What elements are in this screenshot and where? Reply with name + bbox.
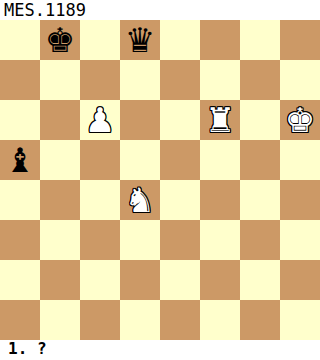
square-d2[interactable] xyxy=(120,260,160,300)
square-g3[interactable] xyxy=(240,220,280,260)
square-b3[interactable] xyxy=(40,220,80,260)
square-a3[interactable] xyxy=(0,220,40,260)
square-b5[interactable] xyxy=(40,140,80,180)
square-b2[interactable] xyxy=(40,260,80,300)
square-h8[interactable] xyxy=(280,20,320,60)
square-g2[interactable] xyxy=(240,260,280,300)
square-a4[interactable] xyxy=(0,180,40,220)
square-c1[interactable] xyxy=(80,300,120,340)
square-e6[interactable] xyxy=(160,100,200,140)
move-prompt: 1. ? xyxy=(8,338,47,360)
square-f6[interactable]: ♜ xyxy=(200,100,240,140)
square-h6[interactable]: ♚ xyxy=(280,100,320,140)
square-h5[interactable] xyxy=(280,140,320,180)
square-c6[interactable]: ♟ xyxy=(80,100,120,140)
square-e4[interactable] xyxy=(160,180,200,220)
square-d7[interactable] xyxy=(120,60,160,100)
square-b6[interactable] xyxy=(40,100,80,140)
square-d8[interactable]: ♛ xyxy=(120,20,160,60)
square-g1[interactable] xyxy=(240,300,280,340)
square-h2[interactable] xyxy=(280,260,320,300)
square-e7[interactable] xyxy=(160,60,200,100)
square-d5[interactable] xyxy=(120,140,160,180)
square-f1[interactable] xyxy=(200,300,240,340)
square-a6[interactable] xyxy=(0,100,40,140)
square-d3[interactable] xyxy=(120,220,160,260)
square-a2[interactable] xyxy=(0,260,40,300)
square-h7[interactable] xyxy=(280,60,320,100)
square-b1[interactable] xyxy=(40,300,80,340)
square-g8[interactable] xyxy=(240,20,280,60)
square-g4[interactable] xyxy=(240,180,280,220)
square-h1[interactable] xyxy=(280,300,320,340)
square-e5[interactable] xyxy=(160,140,200,180)
square-b8[interactable]: ♚ xyxy=(40,20,80,60)
square-e8[interactable] xyxy=(160,20,200,60)
puzzle-title: MES.1189 xyxy=(4,0,86,20)
square-c7[interactable] xyxy=(80,60,120,100)
chess-board: ♚♛♟♜♚♝♞ xyxy=(0,20,320,340)
square-c8[interactable] xyxy=(80,20,120,60)
square-d6[interactable] xyxy=(120,100,160,140)
square-a8[interactable] xyxy=(0,20,40,60)
square-g7[interactable] xyxy=(240,60,280,100)
white-pawn: ♟ xyxy=(85,100,115,140)
square-a1[interactable] xyxy=(0,300,40,340)
square-c5[interactable] xyxy=(80,140,120,180)
square-c2[interactable] xyxy=(80,260,120,300)
square-g5[interactable] xyxy=(240,140,280,180)
square-c4[interactable] xyxy=(80,180,120,220)
black-queen: ♛ xyxy=(125,20,155,60)
white-rook: ♜ xyxy=(205,100,235,140)
square-c3[interactable] xyxy=(80,220,120,260)
square-f7[interactable] xyxy=(200,60,240,100)
black-bishop: ♝ xyxy=(5,140,35,180)
square-f3[interactable] xyxy=(200,220,240,260)
square-d1[interactable] xyxy=(120,300,160,340)
square-h4[interactable] xyxy=(280,180,320,220)
square-f8[interactable] xyxy=(200,20,240,60)
square-f4[interactable] xyxy=(200,180,240,220)
white-knight: ♞ xyxy=(125,180,155,220)
square-f2[interactable] xyxy=(200,260,240,300)
white-king: ♚ xyxy=(285,100,315,140)
square-b7[interactable] xyxy=(40,60,80,100)
square-d4[interactable]: ♞ xyxy=(120,180,160,220)
square-f5[interactable] xyxy=(200,140,240,180)
square-b4[interactable] xyxy=(40,180,80,220)
square-a7[interactable] xyxy=(0,60,40,100)
square-g6[interactable] xyxy=(240,100,280,140)
square-h3[interactable] xyxy=(280,220,320,260)
square-a5[interactable]: ♝ xyxy=(0,140,40,180)
square-e1[interactable] xyxy=(160,300,200,340)
black-king: ♚ xyxy=(45,20,75,60)
square-e3[interactable] xyxy=(160,220,200,260)
square-e2[interactable] xyxy=(160,260,200,300)
